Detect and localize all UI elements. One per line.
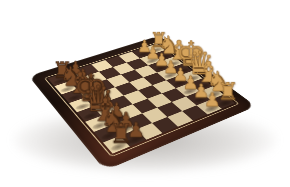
black-rook-glyph: ♜ xyxy=(108,121,128,148)
white-pawn-glyph: ♟ xyxy=(202,90,220,109)
photo-scene: ♜♞♝♛♚♝♞♜♟♟♟♟♟♟♟♟♟♟♟♟♟♟♟♟♜♞♝♛♚♝♞♜ xyxy=(0,0,290,187)
